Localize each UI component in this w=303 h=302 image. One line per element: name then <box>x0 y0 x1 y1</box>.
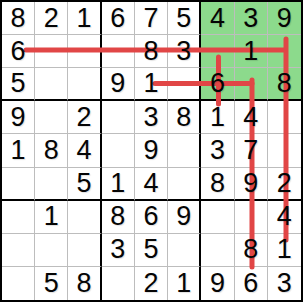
cell-r1c6[interactable]: 5 <box>168 2 201 35</box>
cell-value: 8 <box>277 70 292 97</box>
cell-r1c4[interactable]: 6 <box>102 2 135 35</box>
cell-r8c1[interactable] <box>2 234 35 267</box>
cell-r4c2[interactable] <box>35 101 68 134</box>
sudoku-board: 8216754396831591689238141849375148921869… <box>0 0 303 302</box>
cell-value: 9 <box>176 203 191 230</box>
cell-value: 5 <box>44 270 59 297</box>
cell-value: 1 <box>44 203 59 230</box>
cell-r8c5[interactable]: 5 <box>135 234 168 267</box>
cell-value: 4 <box>277 203 292 230</box>
cell-r5c2[interactable]: 8 <box>35 134 68 167</box>
cell-value: 2 <box>277 170 292 197</box>
cell-r9c3[interactable]: 8 <box>68 267 101 300</box>
cell-r7c4[interactable]: 8 <box>102 201 135 234</box>
cell-value: 5 <box>176 5 191 32</box>
cell-value: 6 <box>11 38 26 65</box>
cell-r2c8[interactable]: 1 <box>235 35 268 68</box>
cell-r4c1[interactable]: 9 <box>2 101 35 134</box>
cell-r9c1[interactable] <box>2 267 35 300</box>
cell-r1c1[interactable]: 8 <box>2 2 35 35</box>
cell-r7c7[interactable] <box>201 201 234 234</box>
cell-r6c2[interactable] <box>35 168 68 201</box>
cell-r6c1[interactable] <box>2 168 35 201</box>
cell-r3c7[interactable]: 6 <box>201 68 234 101</box>
cell-r7c5[interactable]: 6 <box>135 201 168 234</box>
cell-r4c4[interactable] <box>102 101 135 134</box>
cell-r7c3[interactable] <box>68 201 101 234</box>
cell-r8c4[interactable]: 3 <box>102 234 135 267</box>
cell-r2c9[interactable] <box>268 35 301 68</box>
cell-value: 6 <box>243 270 258 297</box>
cell-r8c2[interactable] <box>35 234 68 267</box>
cell-r2c7[interactable] <box>201 35 234 68</box>
cell-r7c8[interactable] <box>235 201 268 234</box>
cell-value: 4 <box>77 137 92 164</box>
cell-value: 6 <box>210 70 225 97</box>
cell-r3c2[interactable] <box>35 68 68 101</box>
cell-r6c5[interactable]: 4 <box>135 168 168 201</box>
cell-value: 8 <box>210 170 225 197</box>
cell-value: 9 <box>110 70 125 97</box>
cell-r5c6[interactable] <box>168 134 201 167</box>
cell-r2c4[interactable] <box>102 35 135 68</box>
cell-value: 2 <box>143 270 158 297</box>
cell-r1c8[interactable]: 3 <box>235 2 268 35</box>
cell-value: 3 <box>143 104 158 131</box>
cell-value: 7 <box>143 5 158 32</box>
cell-r1c7[interactable]: 4 <box>201 2 234 35</box>
cell-r7c6[interactable]: 9 <box>168 201 201 234</box>
cell-r9c4[interactable] <box>102 267 135 300</box>
cell-value: 9 <box>11 104 26 131</box>
cell-r6c7[interactable]: 8 <box>201 168 234 201</box>
cell-value: 1 <box>143 70 158 97</box>
cell-value: 4 <box>243 104 258 131</box>
cell-value: 9 <box>210 270 225 297</box>
cell-r3c6[interactable] <box>168 68 201 101</box>
cell-r2c1[interactable]: 6 <box>2 35 35 68</box>
cell-r7c2[interactable]: 1 <box>35 201 68 234</box>
cell-r9c6[interactable]: 1 <box>168 267 201 300</box>
cell-r4c3[interactable]: 2 <box>68 101 101 134</box>
cell-value: 1 <box>176 270 191 297</box>
cell-value: 8 <box>143 38 158 65</box>
cell-value: 1 <box>110 170 125 197</box>
cell-r2c6[interactable]: 3 <box>168 35 201 68</box>
cell-r1c5[interactable]: 7 <box>135 2 168 35</box>
cell-r8c7[interactable] <box>201 234 234 267</box>
cell-value: 3 <box>277 270 292 297</box>
cell-value: 1 <box>11 137 26 164</box>
cell-value: 9 <box>143 137 158 164</box>
cell-r9c9[interactable]: 3 <box>268 267 301 300</box>
cell-r6c4[interactable]: 1 <box>102 168 135 201</box>
cell-r5c5[interactable]: 9 <box>135 134 168 167</box>
cell-r2c3[interactable] <box>68 35 101 68</box>
cell-r9c8[interactable]: 6 <box>235 267 268 300</box>
cell-r6c8[interactable]: 9 <box>235 168 268 201</box>
cell-r4c9[interactable] <box>268 101 301 134</box>
cell-r9c5[interactable]: 2 <box>135 267 168 300</box>
cell-value: 3 <box>210 137 225 164</box>
cell-r3c9[interactable]: 8 <box>268 68 301 101</box>
cell-r8c3[interactable] <box>68 234 101 267</box>
cell-r3c5[interactable]: 1 <box>135 68 168 101</box>
cell-r6c3[interactable]: 5 <box>68 168 101 201</box>
cell-value: 9 <box>243 170 258 197</box>
cell-value: 1 <box>77 5 92 32</box>
cell-value: 4 <box>210 5 225 32</box>
cell-r1c2[interactable]: 2 <box>35 2 68 35</box>
cell-r4c6[interactable]: 8 <box>168 101 201 134</box>
cell-value: 2 <box>77 104 92 131</box>
cell-r4c7[interactable]: 1 <box>201 101 234 134</box>
cell-value: 1 <box>277 236 292 263</box>
cell-r8c8[interactable]: 8 <box>235 234 268 267</box>
cell-r5c4[interactable] <box>102 134 135 167</box>
cell-r5c1[interactable]: 1 <box>2 134 35 167</box>
cell-value: 8 <box>243 236 258 263</box>
cell-r3c3[interactable] <box>68 68 101 101</box>
cell-r5c9[interactable] <box>268 134 301 167</box>
cell-value: 8 <box>44 137 59 164</box>
cell-r4c8[interactable]: 4 <box>235 101 268 134</box>
cell-r6c6[interactable] <box>168 168 201 201</box>
cell-value: 3 <box>110 236 125 263</box>
cell-r7c9[interactable]: 4 <box>268 201 301 234</box>
cell-value: 8 <box>176 104 191 131</box>
cell-value: 1 <box>243 38 258 65</box>
cell-r1c3[interactable]: 1 <box>68 2 101 35</box>
cell-value: 8 <box>77 270 92 297</box>
cell-r5c7[interactable]: 3 <box>201 134 234 167</box>
cell-r3c1[interactable]: 5 <box>2 68 35 101</box>
sudoku-grid: 8216754396831591689238141849375148921869… <box>2 2 301 300</box>
cell-r1c9[interactable]: 9 <box>268 2 301 35</box>
cell-r8c6[interactable] <box>168 234 201 267</box>
cell-value: 8 <box>11 5 26 32</box>
cell-value: 6 <box>110 5 125 32</box>
cell-r3c4[interactable]: 9 <box>102 68 135 101</box>
cell-r8c9[interactable]: 1 <box>268 234 301 267</box>
cell-value: 1 <box>210 104 225 131</box>
cell-r5c3[interactable]: 4 <box>68 134 101 167</box>
cell-r9c7[interactable]: 9 <box>201 267 234 300</box>
cell-r6c9[interactable]: 2 <box>268 168 301 201</box>
cell-value: 5 <box>77 170 92 197</box>
cell-value: 3 <box>176 38 191 65</box>
cell-r7c1[interactable] <box>2 201 35 234</box>
cell-value: 2 <box>44 5 59 32</box>
cell-value: 3 <box>243 5 258 32</box>
cell-r5c8[interactable]: 7 <box>235 134 268 167</box>
cell-r9c2[interactable]: 5 <box>35 267 68 300</box>
cell-value: 5 <box>11 70 26 97</box>
cell-r3c8[interactable] <box>235 68 268 101</box>
cell-value: 9 <box>277 5 292 32</box>
cell-r4c5[interactable]: 3 <box>135 101 168 134</box>
cell-r2c2[interactable] <box>35 35 68 68</box>
cell-value: 7 <box>243 137 258 164</box>
cell-r2c5[interactable]: 8 <box>135 35 168 68</box>
cell-value: 4 <box>143 170 158 197</box>
cell-value: 5 <box>143 236 158 263</box>
cell-value: 8 <box>110 203 125 230</box>
cell-value: 6 <box>143 203 158 230</box>
